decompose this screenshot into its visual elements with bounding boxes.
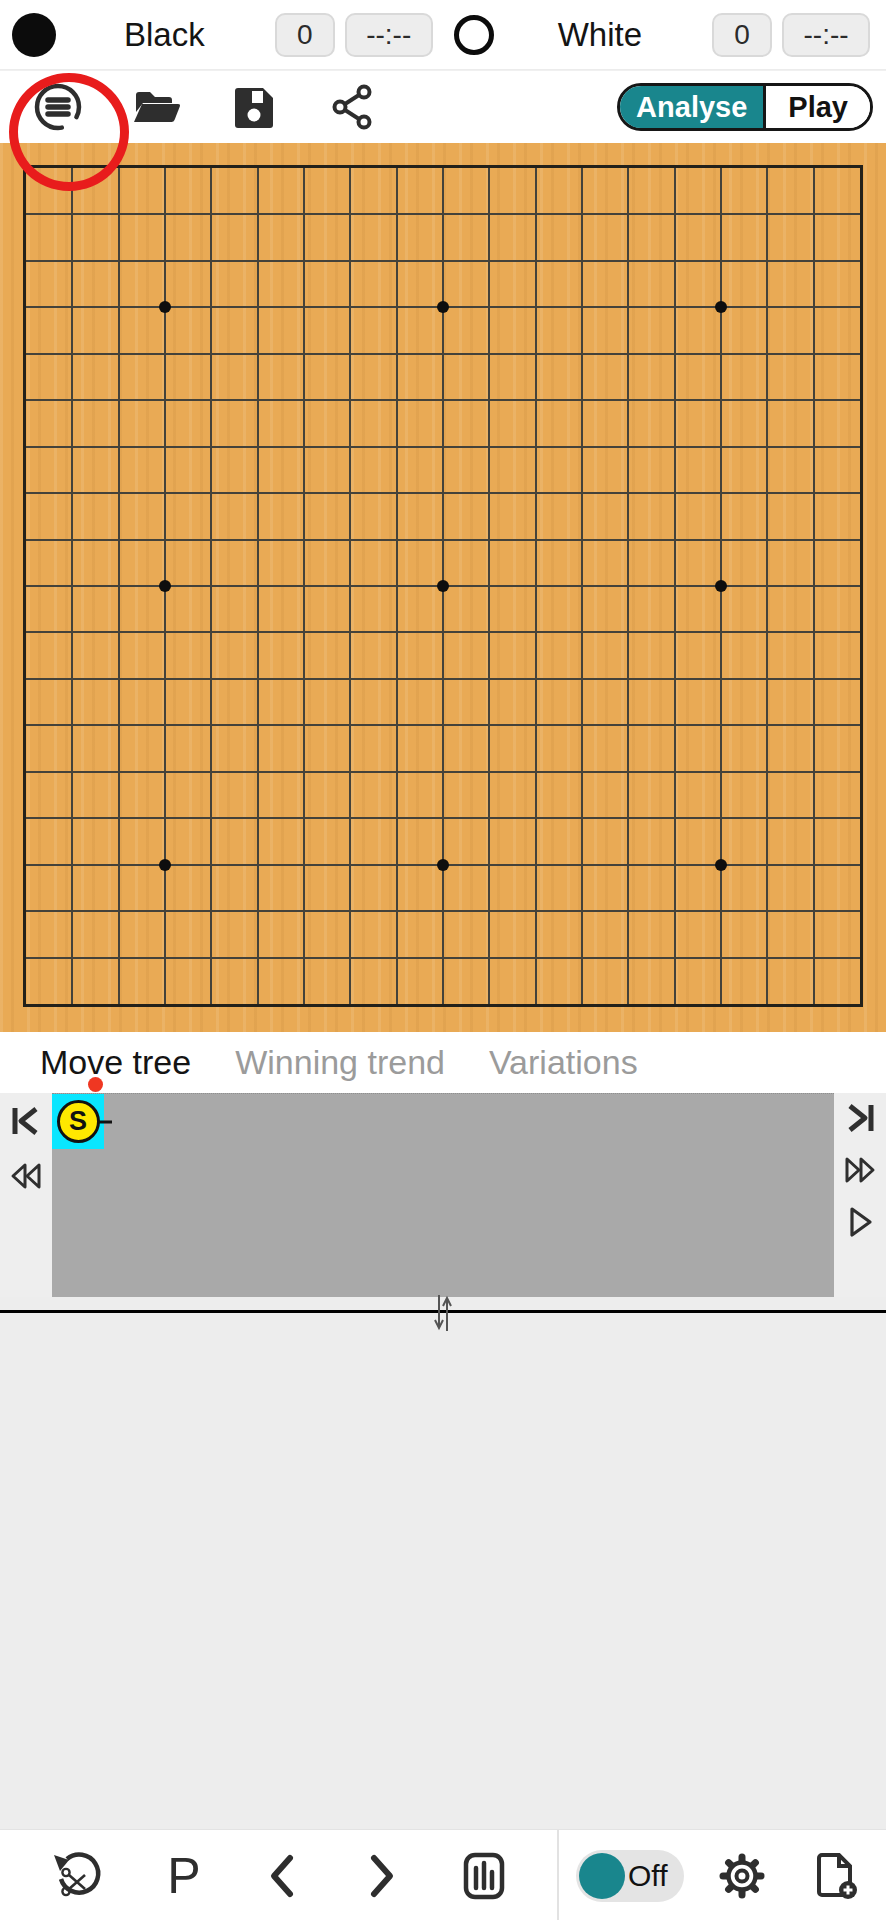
intersection[interactable]: [373, 188, 420, 235]
intersection[interactable]: [140, 142, 187, 189]
intersection[interactable]: [466, 329, 513, 376]
next-move-button[interactable]: [838, 1201, 882, 1243]
intersection[interactable]: [373, 376, 420, 423]
intersection[interactable]: [840, 142, 886, 189]
intersection[interactable]: [466, 422, 513, 469]
intersection[interactable]: [0, 890, 46, 937]
intersection[interactable]: [46, 890, 93, 937]
intersection[interactable]: [420, 937, 467, 984]
intersection[interactable]: [840, 890, 886, 937]
intersection[interactable]: [0, 376, 46, 423]
intersection[interactable]: [233, 703, 280, 750]
intersection[interactable]: [793, 843, 840, 890]
intersection[interactable]: [653, 703, 700, 750]
intersection[interactable]: [0, 469, 46, 516]
intersection[interactable]: [140, 843, 187, 890]
intersection[interactable]: [280, 188, 327, 235]
intersection[interactable]: [560, 703, 607, 750]
intersection[interactable]: [840, 422, 886, 469]
intersection[interactable]: [560, 422, 607, 469]
intersection[interactable]: [420, 563, 467, 610]
intersection[interactable]: [840, 609, 886, 656]
intersection[interactable]: [793, 422, 840, 469]
intersection[interactable]: [140, 890, 187, 937]
intersection[interactable]: [700, 376, 747, 423]
intersection[interactable]: [840, 563, 886, 610]
intersection[interactable]: [606, 376, 653, 423]
intersection[interactable]: [746, 376, 793, 423]
intersection[interactable]: [793, 656, 840, 703]
intersection[interactable]: [326, 609, 373, 656]
intersection[interactable]: [840, 843, 886, 890]
intersection[interactable]: [513, 984, 560, 1031]
intersection[interactable]: [653, 469, 700, 516]
intersection[interactable]: [840, 656, 886, 703]
intersection[interactable]: [420, 516, 467, 563]
intersection[interactable]: [140, 797, 187, 844]
intersection[interactable]: [233, 142, 280, 189]
intersection[interactable]: [700, 890, 747, 937]
intersection[interactable]: [793, 469, 840, 516]
intersection[interactable]: [746, 656, 793, 703]
intersection[interactable]: [0, 329, 46, 376]
intersection[interactable]: [326, 750, 373, 797]
intersection[interactable]: [140, 188, 187, 235]
intersection[interactable]: [466, 843, 513, 890]
intersection[interactable]: [233, 750, 280, 797]
intersection[interactable]: [700, 469, 747, 516]
intersection[interactable]: [0, 516, 46, 563]
intersection[interactable]: [93, 656, 140, 703]
intersection[interactable]: [280, 984, 327, 1031]
intersection[interactable]: [233, 937, 280, 984]
intersection[interactable]: [373, 469, 420, 516]
intersection[interactable]: [560, 235, 607, 282]
intersection[interactable]: [280, 890, 327, 937]
intersection[interactable]: [0, 235, 46, 282]
intersection[interactable]: [700, 516, 747, 563]
tab-variations[interactable]: Variations: [489, 1043, 638, 1082]
intersection[interactable]: [466, 142, 513, 189]
intersection[interactable]: [466, 656, 513, 703]
intersection[interactable]: [420, 609, 467, 656]
intersection[interactable]: [700, 422, 747, 469]
save-button[interactable]: [226, 77, 282, 137]
intersection[interactable]: [186, 563, 233, 610]
intersection[interactable]: [420, 750, 467, 797]
intersection[interactable]: [746, 188, 793, 235]
intersection[interactable]: [840, 235, 886, 282]
intersection[interactable]: [466, 235, 513, 282]
intersection[interactable]: [420, 469, 467, 516]
intersection[interactable]: [233, 188, 280, 235]
intersection[interactable]: [93, 516, 140, 563]
intersection[interactable]: [840, 703, 886, 750]
intersection[interactable]: [186, 329, 233, 376]
intersection[interactable]: [700, 282, 747, 329]
intersection[interactable]: [280, 329, 327, 376]
intersection[interactable]: [653, 984, 700, 1031]
share-button[interactable]: [324, 77, 380, 137]
intersection[interactable]: [653, 797, 700, 844]
intersection[interactable]: [0, 750, 46, 797]
intersection[interactable]: [606, 329, 653, 376]
intersection[interactable]: [93, 422, 140, 469]
intersection[interactable]: [233, 376, 280, 423]
intersection[interactable]: [840, 984, 886, 1031]
intersection[interactable]: [793, 516, 840, 563]
intersection[interactable]: [233, 516, 280, 563]
intersection[interactable]: [46, 843, 93, 890]
intersection[interactable]: [233, 797, 280, 844]
intersection[interactable]: [373, 890, 420, 937]
intersection[interactable]: [280, 797, 327, 844]
intersection[interactable]: [700, 563, 747, 610]
play-mode-button[interactable]: Play: [763, 86, 870, 128]
intersection[interactable]: [46, 797, 93, 844]
intersection[interactable]: [46, 376, 93, 423]
intersection[interactable]: [373, 235, 420, 282]
intersection[interactable]: [513, 937, 560, 984]
intersection[interactable]: [606, 422, 653, 469]
intersection[interactable]: [373, 703, 420, 750]
intersection[interactable]: [93, 282, 140, 329]
intersection[interactable]: [186, 937, 233, 984]
intersection[interactable]: [373, 656, 420, 703]
intersection[interactable]: [0, 703, 46, 750]
intersection[interactable]: [746, 843, 793, 890]
intersection[interactable]: [46, 516, 93, 563]
intersection[interactable]: [840, 797, 886, 844]
intersection[interactable]: [373, 142, 420, 189]
intersection[interactable]: [233, 843, 280, 890]
intersection[interactable]: [793, 609, 840, 656]
intersection[interactable]: [513, 563, 560, 610]
intersection[interactable]: [700, 142, 747, 189]
intersection[interactable]: [0, 937, 46, 984]
intersection[interactable]: [513, 750, 560, 797]
intersection[interactable]: [326, 142, 373, 189]
intersection[interactable]: [606, 984, 653, 1031]
tab-winning-trend[interactable]: Winning trend: [235, 1043, 445, 1082]
intersection[interactable]: [560, 142, 607, 189]
intersection[interactable]: [700, 188, 747, 235]
intersection[interactable]: [653, 937, 700, 984]
intersection[interactable]: [466, 188, 513, 235]
intersection[interactable]: [560, 890, 607, 937]
intersection[interactable]: [46, 469, 93, 516]
intersection[interactable]: [140, 984, 187, 1031]
intersection[interactable]: [746, 937, 793, 984]
intersection[interactable]: [233, 609, 280, 656]
intersection[interactable]: [0, 188, 46, 235]
intersection[interactable]: [140, 282, 187, 329]
intersection[interactable]: [280, 703, 327, 750]
intersection[interactable]: [93, 188, 140, 235]
intersection[interactable]: [140, 750, 187, 797]
intersection[interactable]: [46, 235, 93, 282]
intersection[interactable]: [746, 750, 793, 797]
intersection[interactable]: [513, 843, 560, 890]
intersection[interactable]: [233, 563, 280, 610]
intersection[interactable]: [840, 937, 886, 984]
intersection[interactable]: [93, 609, 140, 656]
intersection[interactable]: [653, 376, 700, 423]
intersection[interactable]: [140, 235, 187, 282]
intersection[interactable]: [0, 843, 46, 890]
intersection[interactable]: [326, 843, 373, 890]
intersection[interactable]: [93, 469, 140, 516]
intersection[interactable]: [420, 797, 467, 844]
intersection[interactable]: [793, 376, 840, 423]
intersection[interactable]: [46, 656, 93, 703]
intersection[interactable]: [93, 937, 140, 984]
intersection[interactable]: [653, 750, 700, 797]
intersection[interactable]: [46, 282, 93, 329]
intersection[interactable]: [560, 376, 607, 423]
intersection[interactable]: [46, 188, 93, 235]
intersection[interactable]: [466, 469, 513, 516]
intersection[interactable]: [606, 469, 653, 516]
intersection[interactable]: [0, 422, 46, 469]
intersection[interactable]: [46, 937, 93, 984]
intersection[interactable]: [46, 422, 93, 469]
intersection[interactable]: [700, 329, 747, 376]
intersection[interactable]: [793, 282, 840, 329]
intersection[interactable]: [746, 563, 793, 610]
intersection[interactable]: [420, 235, 467, 282]
intersection[interactable]: [233, 469, 280, 516]
intersection[interactable]: [793, 750, 840, 797]
intersection[interactable]: [746, 469, 793, 516]
intersection[interactable]: [0, 609, 46, 656]
intersection[interactable]: [280, 750, 327, 797]
intersection[interactable]: [326, 890, 373, 937]
intersection[interactable]: [280, 376, 327, 423]
intersection[interactable]: [746, 703, 793, 750]
intersection[interactable]: [186, 890, 233, 937]
intersection[interactable]: [653, 282, 700, 329]
intersection[interactable]: [606, 703, 653, 750]
intersection[interactable]: [373, 797, 420, 844]
intersection[interactable]: [186, 235, 233, 282]
intersection[interactable]: [420, 422, 467, 469]
intersection[interactable]: [653, 609, 700, 656]
intersection[interactable]: [46, 984, 93, 1031]
intersection[interactable]: [560, 282, 607, 329]
undo-move-button[interactable]: [50, 1848, 106, 1904]
intersection[interactable]: [373, 937, 420, 984]
intersection[interactable]: [793, 890, 840, 937]
intersection[interactable]: [466, 282, 513, 329]
intersection[interactable]: [606, 656, 653, 703]
intersection[interactable]: [700, 703, 747, 750]
intersection[interactable]: [0, 563, 46, 610]
intersection[interactable]: [513, 890, 560, 937]
intersection[interactable]: [186, 516, 233, 563]
intersection[interactable]: [420, 188, 467, 235]
intersection[interactable]: [0, 282, 46, 329]
intersection[interactable]: [46, 142, 93, 189]
intersection[interactable]: [140, 937, 187, 984]
intersection[interactable]: [840, 282, 886, 329]
intersection[interactable]: [653, 656, 700, 703]
intersection[interactable]: [653, 843, 700, 890]
intersection[interactable]: [653, 890, 700, 937]
intersection[interactable]: [653, 563, 700, 610]
intersection[interactable]: [93, 984, 140, 1031]
intersection[interactable]: [560, 843, 607, 890]
intersection[interactable]: [186, 984, 233, 1031]
intersection[interactable]: [140, 516, 187, 563]
intersection[interactable]: [186, 703, 233, 750]
intersection[interactable]: [420, 142, 467, 189]
intersection[interactable]: [93, 142, 140, 189]
intersection[interactable]: [700, 750, 747, 797]
intersection[interactable]: [326, 188, 373, 235]
intersection[interactable]: [46, 703, 93, 750]
intersection[interactable]: [186, 656, 233, 703]
intersection[interactable]: [93, 750, 140, 797]
selected-node-highlight[interactable]: S: [52, 1094, 104, 1149]
intersection[interactable]: [420, 890, 467, 937]
settings-button[interactable]: [714, 1848, 770, 1904]
intersection[interactable]: [140, 563, 187, 610]
intersection[interactable]: [186, 469, 233, 516]
intersection[interactable]: [560, 797, 607, 844]
intersection[interactable]: [140, 376, 187, 423]
intersection[interactable]: [326, 703, 373, 750]
intersection[interactable]: [280, 282, 327, 329]
previous-move-button[interactable]: [256, 1848, 312, 1904]
intersection[interactable]: [466, 890, 513, 937]
intersection[interactable]: [746, 797, 793, 844]
intersection[interactable]: [140, 609, 187, 656]
intersection[interactable]: [466, 516, 513, 563]
intersection[interactable]: [326, 937, 373, 984]
go-to-end-button[interactable]: [838, 1097, 882, 1139]
intersection[interactable]: [140, 656, 187, 703]
intersection[interactable]: [513, 609, 560, 656]
intersection[interactable]: [700, 609, 747, 656]
intersection[interactable]: [420, 703, 467, 750]
intersection[interactable]: [233, 656, 280, 703]
intersection[interactable]: [46, 750, 93, 797]
intersection[interactable]: [280, 609, 327, 656]
intersection[interactable]: [606, 142, 653, 189]
intersection[interactable]: [420, 843, 467, 890]
intersection[interactable]: [513, 422, 560, 469]
intersection[interactable]: [513, 376, 560, 423]
intersection[interactable]: [840, 329, 886, 376]
intersection[interactable]: [326, 797, 373, 844]
intersection[interactable]: [793, 235, 840, 282]
intersection[interactable]: [746, 235, 793, 282]
move-tree-canvas[interactable]: S: [52, 1093, 834, 1297]
intersection[interactable]: [606, 516, 653, 563]
intersection[interactable]: [840, 376, 886, 423]
intersection[interactable]: [793, 797, 840, 844]
new-game-button[interactable]: [808, 1848, 864, 1904]
intersection[interactable]: [420, 329, 467, 376]
pass-button[interactable]: P: [156, 1848, 212, 1904]
intersection[interactable]: [0, 984, 46, 1031]
intersection[interactable]: [513, 656, 560, 703]
intersection[interactable]: [420, 282, 467, 329]
intersection[interactable]: [233, 422, 280, 469]
intersection[interactable]: [466, 376, 513, 423]
intersection[interactable]: [513, 516, 560, 563]
root-node[interactable]: S: [57, 1100, 100, 1143]
intersection[interactable]: [653, 329, 700, 376]
intersection[interactable]: [700, 235, 747, 282]
intersection[interactable]: [560, 656, 607, 703]
intersection[interactable]: [233, 329, 280, 376]
intersection[interactable]: [186, 282, 233, 329]
intersection[interactable]: [700, 843, 747, 890]
go-to-start-button[interactable]: [4, 1100, 48, 1142]
intersection[interactable]: [186, 750, 233, 797]
intersection[interactable]: [326, 469, 373, 516]
intersection[interactable]: [280, 469, 327, 516]
intersection[interactable]: [840, 188, 886, 235]
intersection[interactable]: [280, 656, 327, 703]
intersection[interactable]: [93, 843, 140, 890]
intersection[interactable]: [560, 937, 607, 984]
intersection[interactable]: [700, 984, 747, 1031]
intersection[interactable]: [840, 516, 886, 563]
intersection[interactable]: [793, 703, 840, 750]
intersection[interactable]: [0, 797, 46, 844]
intersection[interactable]: [606, 235, 653, 282]
intersection[interactable]: [186, 843, 233, 890]
intersection[interactable]: [466, 703, 513, 750]
intersection[interactable]: [746, 890, 793, 937]
intersection[interactable]: [93, 563, 140, 610]
intersection[interactable]: [186, 609, 233, 656]
intersection[interactable]: [746, 142, 793, 189]
intersection[interactable]: [140, 422, 187, 469]
intersection[interactable]: [793, 984, 840, 1031]
intersection[interactable]: [653, 422, 700, 469]
intersection[interactable]: [746, 422, 793, 469]
intersection[interactable]: [560, 469, 607, 516]
intersection[interactable]: [373, 422, 420, 469]
menu-button[interactable]: [30, 77, 86, 137]
intersection[interactable]: [606, 563, 653, 610]
intersection[interactable]: [373, 750, 420, 797]
intersection[interactable]: [466, 984, 513, 1031]
intersection[interactable]: [326, 984, 373, 1031]
intersection[interactable]: [466, 609, 513, 656]
intersection[interactable]: [746, 329, 793, 376]
intersection[interactable]: [233, 890, 280, 937]
intersection[interactable]: [606, 282, 653, 329]
intersection[interactable]: [793, 188, 840, 235]
intersection[interactable]: [746, 282, 793, 329]
intersection[interactable]: [793, 937, 840, 984]
intersection[interactable]: [140, 703, 187, 750]
intersection[interactable]: [326, 563, 373, 610]
intersection[interactable]: [93, 376, 140, 423]
intersection[interactable]: [700, 937, 747, 984]
intersection[interactable]: [280, 516, 327, 563]
intersection[interactable]: [186, 422, 233, 469]
intersection[interactable]: [93, 329, 140, 376]
intersection[interactable]: [280, 142, 327, 189]
intersection[interactable]: [466, 937, 513, 984]
fast-rewind-button[interactable]: [4, 1155, 48, 1197]
